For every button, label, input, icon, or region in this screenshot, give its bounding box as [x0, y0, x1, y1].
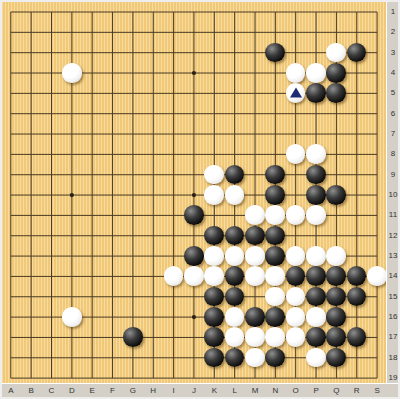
board-intersection[interactable]: [224, 327, 244, 347]
board-intersection[interactable]: [123, 103, 143, 123]
board-intersection[interactable]: [143, 124, 163, 144]
board-intersection[interactable]: [265, 185, 285, 205]
board-intersection[interactable]: [1, 22, 21, 42]
board-intersection[interactable]: [306, 103, 326, 123]
board-intersection[interactable]: [21, 42, 41, 62]
board-intersection[interactable]: [123, 22, 143, 42]
board-intersection[interactable]: [326, 124, 346, 144]
board-intersection[interactable]: [326, 2, 346, 22]
board-intersection[interactable]: [21, 347, 41, 367]
board-intersection[interactable]: [123, 144, 143, 164]
board-intersection[interactable]: [62, 185, 82, 205]
board-intersection[interactable]: [123, 205, 143, 225]
board-intersection[interactable]: [123, 347, 143, 367]
board-intersection[interactable]: [62, 246, 82, 266]
board-intersection[interactable]: [346, 2, 366, 22]
board-intersection[interactable]: [21, 83, 41, 103]
board-intersection[interactable]: [184, 83, 204, 103]
board-intersection[interactable]: [265, 266, 285, 286]
board-intersection[interactable]: [346, 83, 366, 103]
board-intersection[interactable]: [102, 266, 122, 286]
board-intersection[interactable]: [367, 144, 387, 164]
board-intersection[interactable]: [285, 286, 305, 306]
board-intersection[interactable]: [82, 286, 102, 306]
board-intersection[interactable]: [224, 2, 244, 22]
board-intersection[interactable]: [367, 63, 387, 83]
board-intersection[interactable]: [367, 83, 387, 103]
board-intersection[interactable]: [82, 2, 102, 22]
board-intersection[interactable]: [204, 124, 224, 144]
board-intersection[interactable]: [367, 286, 387, 306]
board-intersection[interactable]: [41, 103, 61, 123]
board-intersection[interactable]: [204, 307, 224, 327]
board-intersection[interactable]: [21, 205, 41, 225]
board-intersection[interactable]: [245, 83, 265, 103]
board-intersection[interactable]: [62, 164, 82, 184]
board-intersection[interactable]: [21, 124, 41, 144]
board-intersection[interactable]: [62, 307, 82, 327]
board-intersection[interactable]: [285, 22, 305, 42]
board-intersection[interactable]: [265, 327, 285, 347]
board-intersection[interactable]: [204, 2, 224, 22]
board-intersection[interactable]: [82, 347, 102, 367]
board-intersection[interactable]: [326, 307, 346, 327]
board-intersection[interactable]: [163, 83, 183, 103]
board-intersection[interactable]: [1, 307, 21, 327]
board-intersection[interactable]: [204, 63, 224, 83]
board-intersection[interactable]: [123, 164, 143, 184]
board-intersection[interactable]: [62, 63, 82, 83]
board-intersection[interactable]: [224, 347, 244, 367]
board-intersection[interactable]: [41, 2, 61, 22]
board-intersection[interactable]: [102, 83, 122, 103]
board-intersection[interactable]: [21, 246, 41, 266]
board-intersection[interactable]: [163, 307, 183, 327]
board-intersection[interactable]: [41, 266, 61, 286]
board-intersection[interactable]: [285, 266, 305, 286]
board-intersection[interactable]: [245, 205, 265, 225]
board-intersection[interactable]: [285, 63, 305, 83]
board-intersection[interactable]: [41, 246, 61, 266]
board-intersection[interactable]: [367, 22, 387, 42]
board-intersection[interactable]: [82, 205, 102, 225]
board-intersection[interactable]: [285, 124, 305, 144]
board-intersection[interactable]: [285, 164, 305, 184]
board-intersection[interactable]: [143, 22, 163, 42]
board-intersection[interactable]: [62, 83, 82, 103]
board-intersection[interactable]: [285, 42, 305, 62]
board-intersection[interactable]: [82, 83, 102, 103]
board-intersection[interactable]: [204, 144, 224, 164]
board-intersection[interactable]: [102, 347, 122, 367]
board-intersection[interactable]: [367, 307, 387, 327]
board-intersection[interactable]: [245, 42, 265, 62]
board-intersection[interactable]: [123, 42, 143, 62]
board-intersection[interactable]: [184, 246, 204, 266]
board-intersection[interactable]: [1, 286, 21, 306]
board-intersection[interactable]: [102, 63, 122, 83]
board-intersection[interactable]: [285, 347, 305, 367]
board-intersection[interactable]: [143, 103, 163, 123]
board-intersection[interactable]: [346, 22, 366, 42]
board-intersection[interactable]: [21, 185, 41, 205]
board-intersection[interactable]: [123, 185, 143, 205]
board-intersection[interactable]: [306, 347, 326, 367]
board-intersection[interactable]: [245, 347, 265, 367]
board-intersection[interactable]: [41, 42, 61, 62]
board-intersection[interactable]: [102, 286, 122, 306]
board-intersection[interactable]: [102, 144, 122, 164]
board-intersection[interactable]: [123, 266, 143, 286]
board-intersection[interactable]: [326, 22, 346, 42]
board-intersection[interactable]: [163, 185, 183, 205]
board-intersection[interactable]: [306, 225, 326, 245]
board-intersection[interactable]: [62, 144, 82, 164]
board-intersection[interactable]: [62, 2, 82, 22]
board-intersection[interactable]: [346, 144, 366, 164]
board-intersection[interactable]: [143, 42, 163, 62]
board-intersection[interactable]: [102, 327, 122, 347]
board-intersection[interactable]: [306, 42, 326, 62]
board-intersection[interactable]: [1, 327, 21, 347]
board-intersection[interactable]: [62, 22, 82, 42]
board-intersection[interactable]: [41, 22, 61, 42]
board-intersection[interactable]: [143, 164, 163, 184]
board-intersection[interactable]: [184, 2, 204, 22]
board-intersection[interactable]: [346, 286, 366, 306]
board-intersection[interactable]: [326, 225, 346, 245]
board-intersection[interactable]: [346, 246, 366, 266]
board-intersection[interactable]: [143, 327, 163, 347]
board-intersection[interactable]: [184, 42, 204, 62]
board-intersection[interactable]: [265, 22, 285, 42]
board-intersection[interactable]: [21, 327, 41, 347]
board-intersection[interactable]: [163, 2, 183, 22]
board-intersection[interactable]: [346, 266, 366, 286]
board-intersection[interactable]: [123, 83, 143, 103]
board-intersection[interactable]: [326, 347, 346, 367]
board-intersection[interactable]: [102, 42, 122, 62]
board-intersection[interactable]: [41, 164, 61, 184]
board-intersection[interactable]: [1, 347, 21, 367]
board-intersection[interactable]: [367, 164, 387, 184]
board-intersection[interactable]: [143, 205, 163, 225]
board-intersection[interactable]: [204, 83, 224, 103]
board-intersection[interactable]: [102, 246, 122, 266]
board-intersection[interactable]: [326, 266, 346, 286]
board-intersection[interactable]: [346, 327, 366, 347]
board-intersection[interactable]: [265, 83, 285, 103]
board-intersection[interactable]: [204, 347, 224, 367]
board-intersection[interactable]: [163, 164, 183, 184]
board-intersection[interactable]: [1, 83, 21, 103]
board-intersection[interactable]: [265, 205, 285, 225]
board-intersection[interactable]: [184, 266, 204, 286]
board-intersection[interactable]: [41, 286, 61, 306]
board-intersection[interactable]: [245, 124, 265, 144]
board-intersection[interactable]: [306, 124, 326, 144]
board-intersection[interactable]: [346, 205, 366, 225]
board-intersection[interactable]: [123, 286, 143, 306]
board-intersection[interactable]: [306, 307, 326, 327]
board-intersection[interactable]: [367, 327, 387, 347]
board-intersection[interactable]: [346, 225, 366, 245]
board-intersection[interactable]: [1, 42, 21, 62]
board-intersection[interactable]: [245, 286, 265, 306]
board-intersection[interactable]: [82, 307, 102, 327]
board-intersection[interactable]: [265, 307, 285, 327]
board-intersection[interactable]: [204, 286, 224, 306]
board-intersection[interactable]: [265, 164, 285, 184]
board-intersection[interactable]: [224, 63, 244, 83]
board-intersection[interactable]: [224, 83, 244, 103]
board-intersection[interactable]: [143, 144, 163, 164]
board-intersection[interactable]: [163, 144, 183, 164]
board-intersection[interactable]: [184, 164, 204, 184]
board-intersection[interactable]: [367, 246, 387, 266]
board-intersection[interactable]: [245, 246, 265, 266]
board-intersection[interactable]: [204, 205, 224, 225]
board-intersection[interactable]: [102, 124, 122, 144]
board-intersection[interactable]: [306, 205, 326, 225]
board-intersection[interactable]: [224, 307, 244, 327]
board-intersection[interactable]: [224, 124, 244, 144]
board-intersection[interactable]: [326, 144, 346, 164]
board-intersection[interactable]: [62, 225, 82, 245]
board-intersection[interactable]: [184, 225, 204, 245]
board-intersection[interactable]: [306, 2, 326, 22]
board-intersection[interactable]: [62, 205, 82, 225]
board-intersection[interactable]: [41, 124, 61, 144]
board-intersection[interactable]: [346, 103, 366, 123]
board-intersection[interactable]: [245, 22, 265, 42]
board-intersection[interactable]: [102, 2, 122, 22]
board-intersection[interactable]: [21, 307, 41, 327]
board-intersection[interactable]: [163, 124, 183, 144]
board-intersection[interactable]: [123, 225, 143, 245]
board-intersection[interactable]: [123, 63, 143, 83]
board-intersection[interactable]: [21, 103, 41, 123]
board-intersection[interactable]: [1, 2, 21, 22]
board-intersection[interactable]: [204, 266, 224, 286]
board-intersection[interactable]: [163, 103, 183, 123]
board-intersection[interactable]: [41, 144, 61, 164]
board-intersection[interactable]: [326, 103, 346, 123]
board-intersection[interactable]: [41, 185, 61, 205]
board-intersection[interactable]: [62, 124, 82, 144]
board-intersection[interactable]: [184, 63, 204, 83]
board-intersection[interactable]: [82, 225, 102, 245]
board-intersection[interactable]: [326, 164, 346, 184]
board-intersection[interactable]: [82, 185, 102, 205]
board-intersection[interactable]: [123, 327, 143, 347]
board-intersection[interactable]: [102, 307, 122, 327]
board-intersection[interactable]: [41, 83, 61, 103]
board-intersection[interactable]: [306, 144, 326, 164]
board-intersection[interactable]: [367, 347, 387, 367]
board-intersection[interactable]: [163, 266, 183, 286]
board-intersection[interactable]: [245, 2, 265, 22]
board-intersection[interactable]: [163, 225, 183, 245]
board-intersection[interactable]: [367, 185, 387, 205]
board-intersection[interactable]: [204, 327, 224, 347]
board-intersection[interactable]: [184, 22, 204, 42]
board-intersection[interactable]: [143, 83, 163, 103]
board-intersection[interactable]: [123, 124, 143, 144]
board-intersection[interactable]: [285, 103, 305, 123]
board-intersection[interactable]: [346, 164, 366, 184]
board-intersection[interactable]: [82, 246, 102, 266]
board-intersection[interactable]: [184, 286, 204, 306]
board-intersection[interactable]: [326, 286, 346, 306]
board-intersection[interactable]: [245, 144, 265, 164]
board-intersection[interactable]: [102, 205, 122, 225]
board-intersection[interactable]: [41, 347, 61, 367]
board-intersection[interactable]: [326, 205, 346, 225]
board-intersection[interactable]: [102, 103, 122, 123]
board-intersection[interactable]: [184, 327, 204, 347]
board-intersection[interactable]: [367, 103, 387, 123]
board-intersection[interactable]: [82, 144, 102, 164]
board-intersection[interactable]: [1, 205, 21, 225]
board-intersection[interactable]: [326, 42, 346, 62]
board-intersection[interactable]: [143, 246, 163, 266]
board-intersection[interactable]: [143, 347, 163, 367]
board-intersection[interactable]: [41, 63, 61, 83]
board-intersection[interactable]: [82, 63, 102, 83]
board-intersection[interactable]: [163, 286, 183, 306]
board-intersection[interactable]: [224, 266, 244, 286]
board-intersection[interactable]: [82, 164, 102, 184]
board-intersection[interactable]: [1, 124, 21, 144]
board-intersection[interactable]: [82, 327, 102, 347]
board-intersection[interactable]: [184, 205, 204, 225]
board-intersection[interactable]: [21, 144, 41, 164]
board-intersection[interactable]: [1, 246, 21, 266]
board-intersection[interactable]: [224, 164, 244, 184]
board-intersection[interactable]: [245, 164, 265, 184]
board-intersection[interactable]: [184, 185, 204, 205]
board-intersection[interactable]: [265, 2, 285, 22]
board-intersection[interactable]: [245, 185, 265, 205]
board-intersection[interactable]: [265, 225, 285, 245]
board-intersection[interactable]: [306, 83, 326, 103]
board-intersection[interactable]: [285, 225, 305, 245]
board-intersection[interactable]: [285, 185, 305, 205]
board-intersection[interactable]: [224, 246, 244, 266]
board-intersection[interactable]: [62, 347, 82, 367]
board-intersection[interactable]: [102, 22, 122, 42]
board-intersection[interactable]: [265, 144, 285, 164]
board-intersection[interactable]: [285, 246, 305, 266]
board-intersection[interactable]: [163, 42, 183, 62]
board-intersection[interactable]: [163, 63, 183, 83]
board-intersection[interactable]: [163, 347, 183, 367]
board-intersection[interactable]: [204, 42, 224, 62]
board-intersection[interactable]: [21, 2, 41, 22]
board-intersection[interactable]: [82, 103, 102, 123]
board-intersection[interactable]: [224, 42, 244, 62]
board-intersection[interactable]: [265, 42, 285, 62]
board-intersection[interactable]: [367, 42, 387, 62]
board-intersection[interactable]: [62, 327, 82, 347]
board-intersection[interactable]: [204, 103, 224, 123]
board-intersection[interactable]: [62, 266, 82, 286]
board-intersection[interactable]: [82, 266, 102, 286]
board-intersection[interactable]: [224, 225, 244, 245]
board-intersection[interactable]: [346, 347, 366, 367]
board-intersection[interactable]: [285, 307, 305, 327]
board-intersection[interactable]: [265, 63, 285, 83]
go-board[interactable]: [2, 2, 386, 383]
board-intersection[interactable]: [245, 103, 265, 123]
board-intersection[interactable]: [306, 266, 326, 286]
board-intersection[interactable]: [62, 103, 82, 123]
board-intersection[interactable]: [143, 2, 163, 22]
board-intersection[interactable]: [204, 22, 224, 42]
board-intersection[interactable]: [184, 144, 204, 164]
board-intersection[interactable]: [1, 63, 21, 83]
board-intersection[interactable]: [265, 103, 285, 123]
board-intersection[interactable]: [123, 2, 143, 22]
board-intersection[interactable]: [265, 286, 285, 306]
board-intersection[interactable]: [143, 185, 163, 205]
board-intersection[interactable]: [102, 164, 122, 184]
board-intersection[interactable]: [367, 266, 387, 286]
board-intersection[interactable]: [123, 246, 143, 266]
board-intersection[interactable]: [224, 185, 244, 205]
board-intersection[interactable]: [285, 2, 305, 22]
board-intersection[interactable]: [1, 185, 21, 205]
board-intersection[interactable]: [245, 327, 265, 347]
board-intersection[interactable]: [224, 103, 244, 123]
board-intersection[interactable]: [163, 205, 183, 225]
board-intersection[interactable]: [245, 63, 265, 83]
board-intersection[interactable]: [346, 63, 366, 83]
board-intersection[interactable]: [285, 205, 305, 225]
board-intersection[interactable]: [1, 144, 21, 164]
board-intersection[interactable]: [21, 164, 41, 184]
board-intersection[interactable]: [306, 164, 326, 184]
board-intersection[interactable]: [21, 286, 41, 306]
board-intersection[interactable]: [163, 327, 183, 347]
board-intersection[interactable]: [326, 83, 346, 103]
board-intersection[interactable]: [184, 307, 204, 327]
board-intersection[interactable]: [163, 22, 183, 42]
board-intersection[interactable]: [184, 347, 204, 367]
board-intersection[interactable]: [41, 225, 61, 245]
board-intersection[interactable]: [143, 225, 163, 245]
board-intersection[interactable]: [265, 246, 285, 266]
board-intersection[interactable]: [326, 246, 346, 266]
board-intersection[interactable]: [245, 307, 265, 327]
board-intersection[interactable]: [245, 225, 265, 245]
board-intersection[interactable]: [326, 63, 346, 83]
board-intersection[interactable]: [143, 266, 163, 286]
board-intersection[interactable]: [62, 42, 82, 62]
board-intersection[interactable]: [204, 164, 224, 184]
board-intersection[interactable]: [204, 185, 224, 205]
board-intersection[interactable]: [82, 22, 102, 42]
board-intersection[interactable]: [1, 103, 21, 123]
board-intersection[interactable]: [265, 124, 285, 144]
board-intersection[interactable]: [306, 246, 326, 266]
board-intersection[interactable]: [346, 307, 366, 327]
board-intersection[interactable]: [1, 164, 21, 184]
board-intersection[interactable]: [143, 63, 163, 83]
board-intersection[interactable]: [21, 63, 41, 83]
board-intersection[interactable]: [184, 124, 204, 144]
